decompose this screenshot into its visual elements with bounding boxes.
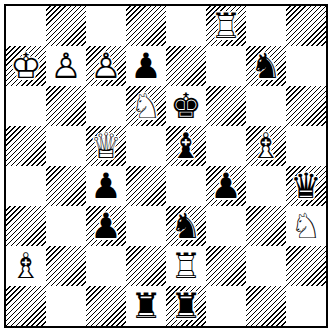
black-pawn: ♟ — [206, 166, 246, 206]
square-f4[interactable]: ♟♟ — [206, 166, 246, 206]
square-e1[interactable]: ♜♜ — [166, 286, 206, 326]
square-b7[interactable]: ♟♙ — [46, 46, 86, 86]
black-knight: ♞ — [166, 206, 206, 246]
square-d4[interactable] — [126, 166, 166, 206]
piece-halo: ♛ — [86, 126, 126, 166]
piece-halo: ♟ — [126, 46, 166, 86]
square-e6[interactable]: ♚♚ — [166, 86, 206, 126]
square-h4[interactable]: ♛♛ — [286, 166, 326, 206]
black-pawn: ♟ — [86, 206, 126, 246]
white-bishop: ♗ — [246, 126, 286, 166]
square-e4[interactable] — [166, 166, 206, 206]
piece-halo: ♝ — [6, 246, 46, 286]
white-pawn: ♙ — [86, 46, 126, 86]
square-e2[interactable]: ♜♖ — [166, 246, 206, 286]
square-e3[interactable]: ♞♞ — [166, 206, 206, 246]
square-e5[interactable]: ♝♝ — [166, 126, 206, 166]
black-knight: ♞ — [246, 46, 286, 86]
white-knight: ♘ — [286, 206, 326, 246]
piece-halo: ♛ — [286, 166, 326, 206]
square-e7[interactable] — [166, 46, 206, 86]
white-rook: ♖ — [166, 246, 206, 286]
white-knight: ♘ — [126, 86, 166, 126]
square-g6[interactable] — [246, 86, 286, 126]
square-a8[interactable] — [6, 6, 46, 46]
square-f7[interactable] — [206, 46, 246, 86]
square-h8[interactable] — [286, 6, 326, 46]
chess-board: ♜♖♚♔♟♙♟♙♟♟♞♞♞♘♚♚♛♕♝♝♝♗♟♟♟♟♛♛♟♟♞♞♞♘♝♗♜♖♜♜… — [6, 6, 326, 326]
square-c1[interactable] — [86, 286, 126, 326]
white-rook: ♖ — [206, 6, 246, 46]
piece-halo: ♚ — [166, 86, 206, 126]
square-b1[interactable] — [46, 286, 86, 326]
square-a4[interactable] — [6, 166, 46, 206]
black-pawn: ♟ — [86, 166, 126, 206]
piece-halo: ♜ — [206, 6, 246, 46]
square-f1[interactable] — [206, 286, 246, 326]
piece-halo: ♟ — [46, 46, 86, 86]
square-d8[interactable] — [126, 6, 166, 46]
square-h1[interactable] — [286, 286, 326, 326]
square-b2[interactable] — [46, 246, 86, 286]
piece-halo: ♞ — [246, 46, 286, 86]
square-c6[interactable] — [86, 86, 126, 126]
white-bishop: ♗ — [6, 246, 46, 286]
square-h5[interactable] — [286, 126, 326, 166]
square-c4[interactable]: ♟♟ — [86, 166, 126, 206]
square-g3[interactable] — [246, 206, 286, 246]
square-f3[interactable] — [206, 206, 246, 246]
square-h7[interactable] — [286, 46, 326, 86]
square-d2[interactable] — [126, 246, 166, 286]
black-bishop: ♝ — [166, 126, 206, 166]
black-queen: ♛ — [286, 166, 326, 206]
square-a3[interactable] — [6, 206, 46, 246]
square-f5[interactable] — [206, 126, 246, 166]
piece-halo: ♜ — [126, 286, 166, 326]
piece-halo: ♟ — [206, 166, 246, 206]
piece-halo: ♞ — [126, 86, 166, 126]
square-d7[interactable]: ♟♟ — [126, 46, 166, 86]
piece-halo: ♞ — [286, 206, 326, 246]
piece-halo: ♚ — [6, 46, 46, 86]
square-d1[interactable]: ♜♜ — [126, 286, 166, 326]
square-f6[interactable] — [206, 86, 246, 126]
square-a6[interactable] — [6, 86, 46, 126]
square-a7[interactable]: ♚♔ — [6, 46, 46, 86]
piece-halo: ♜ — [166, 246, 206, 286]
square-g7[interactable]: ♞♞ — [246, 46, 286, 86]
square-a5[interactable] — [6, 126, 46, 166]
black-rook: ♜ — [166, 286, 206, 326]
square-f8[interactable]: ♜♖ — [206, 6, 246, 46]
square-g2[interactable] — [246, 246, 286, 286]
square-c8[interactable] — [86, 6, 126, 46]
square-b4[interactable] — [46, 166, 86, 206]
square-b6[interactable] — [46, 86, 86, 126]
square-a1[interactable] — [6, 286, 46, 326]
square-c2[interactable] — [86, 246, 126, 286]
square-b5[interactable] — [46, 126, 86, 166]
piece-halo: ♞ — [166, 206, 206, 246]
piece-halo: ♟ — [86, 206, 126, 246]
square-g5[interactable]: ♝♗ — [246, 126, 286, 166]
square-g1[interactable] — [246, 286, 286, 326]
square-c7[interactable]: ♟♙ — [86, 46, 126, 86]
black-rook: ♜ — [126, 286, 166, 326]
square-h3[interactable]: ♞♘ — [286, 206, 326, 246]
white-king: ♔ — [6, 46, 46, 86]
square-h6[interactable] — [286, 86, 326, 126]
black-pawn: ♟ — [126, 46, 166, 86]
square-d5[interactable] — [126, 126, 166, 166]
board-frame: ♜♖♚♔♟♙♟♙♟♟♞♞♞♘♚♚♛♕♝♝♝♗♟♟♟♟♛♛♟♟♞♞♞♘♝♗♜♖♜♜… — [4, 4, 328, 328]
white-pawn: ♙ — [46, 46, 86, 86]
square-e8[interactable] — [166, 6, 206, 46]
piece-halo: ♝ — [166, 126, 206, 166]
piece-halo: ♜ — [166, 286, 206, 326]
square-b8[interactable] — [46, 6, 86, 46]
square-c3[interactable]: ♟♟ — [86, 206, 126, 246]
piece-halo: ♟ — [86, 166, 126, 206]
square-g4[interactable] — [246, 166, 286, 206]
square-d3[interactable] — [126, 206, 166, 246]
white-queen: ♕ — [86, 126, 126, 166]
square-f2[interactable] — [206, 246, 246, 286]
piece-halo: ♝ — [246, 126, 286, 166]
square-b3[interactable] — [46, 206, 86, 246]
black-king: ♚ — [166, 86, 206, 126]
piece-halo: ♟ — [86, 46, 126, 86]
square-c5[interactable]: ♛♕ — [86, 126, 126, 166]
square-h2[interactable] — [286, 246, 326, 286]
square-a2[interactable]: ♝♗ — [6, 246, 46, 286]
square-g8[interactable] — [246, 6, 286, 46]
square-d6[interactable]: ♞♘ — [126, 86, 166, 126]
